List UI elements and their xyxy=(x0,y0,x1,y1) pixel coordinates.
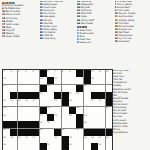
cell-number: 9 xyxy=(69,70,70,72)
cell-number: 38 xyxy=(55,114,58,116)
black-cell xyxy=(76,70,83,77)
clue: 48 Long story xyxy=(40,38,75,41)
white-cell[interactable] xyxy=(98,77,105,84)
white-cell[interactable]: 15 xyxy=(54,77,61,84)
black-cell xyxy=(84,129,91,136)
black-cell xyxy=(47,77,54,84)
cell-number: 51 xyxy=(25,136,28,138)
white-cell[interactable]: 52 xyxy=(32,136,39,143)
cell-number: 60 xyxy=(47,143,50,145)
cell-number: 15 xyxy=(55,77,58,79)
white-cell[interactable] xyxy=(106,114,113,121)
cell-number: 17 xyxy=(3,84,6,86)
clue-text: Fuel additive xyxy=(113,131,128,134)
white-cell[interactable]: 34 xyxy=(76,107,83,114)
white-cell[interactable] xyxy=(62,114,69,121)
white-cell[interactable]: 55 xyxy=(84,136,91,143)
black-cell xyxy=(40,143,47,150)
white-cell[interactable]: 1 xyxy=(3,70,10,77)
white-cell[interactable]: 23 xyxy=(3,99,10,106)
white-cell[interactable]: 31 xyxy=(98,99,105,106)
white-cell[interactable] xyxy=(18,77,25,84)
cell-number: 45 xyxy=(40,128,43,130)
white-cell[interactable]: 11 xyxy=(98,70,105,77)
white-cell[interactable]: 43 xyxy=(84,121,91,128)
white-cell[interactable] xyxy=(91,85,98,92)
white-cell[interactable] xyxy=(62,85,69,92)
cell-number: 53 xyxy=(55,136,58,138)
white-cell[interactable] xyxy=(25,107,32,114)
white-cell[interactable]: 24 xyxy=(10,99,17,106)
black-cell xyxy=(69,107,76,114)
white-cell[interactable] xyxy=(76,136,83,143)
white-cell[interactable]: 8 xyxy=(62,70,69,77)
white-cell[interactable]: 62 xyxy=(98,143,105,150)
black-cell xyxy=(62,143,69,150)
cell-number: 23 xyxy=(3,99,6,101)
white-cell[interactable] xyxy=(40,99,47,106)
cell-number: 5 xyxy=(33,70,34,72)
white-cell[interactable] xyxy=(25,77,32,84)
white-cell[interactable]: 41 xyxy=(40,121,47,128)
white-cell[interactable] xyxy=(32,143,39,150)
clue-column-3: 54 Came up59 Stage part60 Big fuss61 Gol… xyxy=(77,1,112,67)
white-cell[interactable] xyxy=(98,107,105,114)
white-cell[interactable]: 19 xyxy=(84,85,91,92)
cell-number: 54 xyxy=(69,136,72,138)
cell-number: 19 xyxy=(84,84,87,86)
cell-number: 62 xyxy=(99,143,102,145)
white-cell[interactable]: 26 xyxy=(25,99,32,106)
black-cell xyxy=(76,114,83,121)
black-cell xyxy=(76,121,83,128)
white-cell[interactable]: 51 xyxy=(25,136,32,143)
white-cell[interactable] xyxy=(91,121,98,128)
white-cell[interactable]: 46 xyxy=(62,129,69,136)
cell-number: 55 xyxy=(84,136,87,138)
crossword-puzzle-page: { "game": { "type": "crossword", "note":… xyxy=(0,0,150,150)
white-cell[interactable]: 38 xyxy=(54,114,61,121)
white-cell[interactable]: 6 xyxy=(47,70,54,77)
white-cell[interactable]: 58 xyxy=(106,136,113,143)
black-cell xyxy=(62,136,69,143)
cell-number: 37 xyxy=(40,114,43,116)
white-cell[interactable] xyxy=(10,114,17,121)
clue-area-top: ACROSS1 Director Howard6 Taj Mahal site1… xyxy=(2,1,149,67)
clue: 66 Deli bread xyxy=(77,23,112,26)
black-cell xyxy=(91,92,98,99)
cell-number: 20 xyxy=(40,92,43,94)
white-cell[interactable]: 9 xyxy=(69,70,76,77)
white-cell[interactable]: 16 xyxy=(91,77,98,84)
black-cell xyxy=(84,70,91,77)
white-cell[interactable] xyxy=(32,114,39,121)
cell-number: 32 xyxy=(3,106,6,108)
white-cell[interactable] xyxy=(69,129,76,136)
clue: 65 Fuel additive xyxy=(109,132,149,135)
black-cell xyxy=(40,85,47,92)
white-cell[interactable] xyxy=(76,143,83,150)
clue-column-2: 23 Kitchen cover-up29 Salad green32 Loud… xyxy=(40,1,75,67)
black-cell xyxy=(10,121,17,128)
white-cell[interactable]: 22 xyxy=(76,92,83,99)
white-cell[interactable]: 18 xyxy=(47,85,54,92)
black-cell xyxy=(18,121,25,128)
white-cell[interactable] xyxy=(84,107,91,114)
cell-number: 47 xyxy=(77,128,80,130)
black-cell xyxy=(106,92,113,99)
white-cell[interactable] xyxy=(98,114,105,121)
white-cell[interactable] xyxy=(18,143,25,150)
cell-number: 35 xyxy=(106,106,109,108)
white-cell[interactable] xyxy=(10,77,17,84)
white-cell[interactable] xyxy=(47,136,54,143)
white-cell[interactable] xyxy=(54,85,61,92)
cell-number: 26 xyxy=(25,99,28,101)
cell-number: 2 xyxy=(11,70,12,72)
white-cell[interactable] xyxy=(10,85,17,92)
cell-number: 40 xyxy=(84,114,87,116)
white-cell[interactable]: 50 xyxy=(18,136,25,143)
white-cell[interactable] xyxy=(84,92,91,99)
white-cell[interactable] xyxy=(84,143,91,150)
white-cell[interactable]: 30 xyxy=(91,99,98,106)
cell-number: 61 xyxy=(69,143,72,145)
cell-number: 39 xyxy=(69,114,72,116)
cell-number: 29 xyxy=(69,99,72,101)
white-cell[interactable]: 37 xyxy=(40,114,47,121)
black-cell xyxy=(18,129,25,136)
black-cell xyxy=(40,107,47,114)
black-cell xyxy=(106,129,113,136)
white-cell[interactable] xyxy=(69,85,76,92)
white-cell[interactable] xyxy=(3,92,10,99)
clue-text: Leave out xyxy=(79,41,90,44)
white-cell[interactable] xyxy=(62,107,69,114)
black-cell xyxy=(3,121,10,128)
white-cell[interactable]: 5 xyxy=(32,70,39,77)
clue-column-right: 26 Bullring cheer27 Born as28 Lawn tool3… xyxy=(109,70,149,149)
white-cell[interactable]: 20 xyxy=(40,92,47,99)
cell-number: 52 xyxy=(33,136,36,138)
cell-number: 8 xyxy=(62,70,63,72)
cell-number: 57 xyxy=(99,136,102,138)
white-cell[interactable]: 2 xyxy=(10,70,17,77)
black-cell xyxy=(91,143,98,150)
white-cell[interactable] xyxy=(54,121,61,128)
black-cell xyxy=(25,129,32,136)
black-cell xyxy=(32,129,39,136)
white-cell[interactable]: 45 xyxy=(40,129,47,136)
black-cell xyxy=(62,92,69,99)
cell-number: 44 xyxy=(3,128,6,130)
white-cell[interactable] xyxy=(47,99,54,106)
white-cell[interactable]: 49 xyxy=(10,136,17,143)
clue: 21 Hosp. areas xyxy=(2,36,37,39)
crossword-grid: 1234567891011121314151617181920212223242… xyxy=(2,69,113,150)
cell-number: 28 xyxy=(55,99,58,101)
black-cell xyxy=(98,92,105,99)
cell-number: 24 xyxy=(11,99,14,101)
white-cell[interactable]: 29 xyxy=(69,99,76,106)
black-cell xyxy=(32,121,39,128)
white-cell[interactable] xyxy=(106,143,113,150)
white-cell[interactable]: 47 xyxy=(76,129,83,136)
cell-number: 3 xyxy=(18,70,19,72)
cell-number: 59 xyxy=(3,143,6,145)
black-cell xyxy=(62,99,69,106)
white-cell[interactable]: 25 xyxy=(18,99,25,106)
white-cell[interactable]: 35 xyxy=(106,107,113,114)
cell-number: 31 xyxy=(99,99,102,101)
white-cell[interactable]: 27 xyxy=(32,99,39,106)
cell-number: 50 xyxy=(18,136,21,138)
white-cell[interactable] xyxy=(76,99,83,106)
cell-number: 56 xyxy=(91,136,94,138)
clue-column-4: 6 In a lazy way7 Trot or gallop8 Horse f… xyxy=(115,1,150,67)
white-cell[interactable] xyxy=(32,85,39,92)
cell-number: 10 xyxy=(91,70,94,72)
white-cell[interactable]: 17 xyxy=(3,85,10,92)
cell-number: 43 xyxy=(84,121,87,123)
black-cell xyxy=(84,77,91,84)
white-cell[interactable] xyxy=(91,114,98,121)
white-cell[interactable] xyxy=(62,77,69,84)
cell-number: 7 xyxy=(55,70,56,72)
white-cell[interactable]: 60 xyxy=(47,143,54,150)
clue: 5 Leave out xyxy=(77,42,112,45)
black-cell xyxy=(32,92,39,99)
white-cell[interactable] xyxy=(25,114,32,121)
cell-number: 22 xyxy=(77,92,80,94)
white-cell[interactable]: 32 xyxy=(3,107,10,114)
cell-number: 49 xyxy=(11,136,14,138)
white-cell[interactable]: 7 xyxy=(54,70,61,77)
white-cell[interactable] xyxy=(32,77,39,84)
cell-number: 41 xyxy=(40,121,43,123)
white-cell[interactable] xyxy=(47,92,54,99)
white-cell[interactable]: 57 xyxy=(98,136,105,143)
white-cell[interactable]: 48 xyxy=(3,136,10,143)
cell-number: 6 xyxy=(47,70,48,72)
cell-number: 27 xyxy=(33,99,36,101)
white-cell[interactable] xyxy=(10,107,17,114)
white-cell[interactable] xyxy=(98,85,105,92)
clue-text: Long story xyxy=(44,37,56,40)
white-cell[interactable] xyxy=(91,107,98,114)
cell-number: 1 xyxy=(3,70,4,72)
cell-number: 12 xyxy=(106,70,109,72)
cell-number: 4 xyxy=(25,70,26,72)
white-cell[interactable] xyxy=(18,114,25,121)
white-cell[interactable]: 53 xyxy=(54,136,61,143)
white-cell[interactable] xyxy=(76,77,83,84)
cell-number: 58 xyxy=(106,136,109,138)
white-cell[interactable]: 10 xyxy=(91,70,98,77)
cell-number: 16 xyxy=(91,77,94,79)
clue: 25 Sunbeam xyxy=(115,41,150,44)
white-cell[interactable]: 3 xyxy=(18,70,25,77)
white-cell[interactable]: 36 xyxy=(3,114,10,121)
black-cell xyxy=(25,121,32,128)
white-cell[interactable]: 14 xyxy=(40,77,47,84)
cell-number: 30 xyxy=(91,99,94,101)
cell-number: 25 xyxy=(18,99,21,101)
white-cell[interactable] xyxy=(106,85,113,92)
clue-text: Hosp. areas xyxy=(6,35,20,38)
white-cell[interactable]: 13 xyxy=(3,77,10,84)
cell-number: 34 xyxy=(77,106,80,108)
black-cell xyxy=(54,92,61,99)
cell-number: 21 xyxy=(69,92,72,94)
black-cell xyxy=(10,129,17,136)
clue-text: Sunbeam xyxy=(119,40,130,43)
black-cell xyxy=(54,129,61,136)
clue-column-1: ACROSS1 Director Howard6 Taj Mahal site1… xyxy=(2,1,37,67)
white-cell[interactable] xyxy=(25,143,32,150)
white-cell[interactable]: 28 xyxy=(54,99,61,106)
black-cell xyxy=(25,92,32,99)
white-cell[interactable]: 33 xyxy=(47,107,54,114)
white-cell[interactable] xyxy=(69,121,76,128)
white-cell[interactable]: 12 xyxy=(106,70,113,77)
white-cell[interactable]: 4 xyxy=(25,70,32,77)
white-cell[interactable] xyxy=(18,107,25,114)
black-cell xyxy=(106,99,113,106)
white-cell[interactable] xyxy=(84,99,91,106)
white-cell[interactable] xyxy=(47,129,54,136)
black-cell xyxy=(40,70,47,77)
black-cell xyxy=(91,129,98,136)
white-cell[interactable] xyxy=(106,77,113,84)
white-cell[interactable]: 40 xyxy=(84,114,91,121)
white-cell[interactable]: 54 xyxy=(69,136,76,143)
white-cell[interactable]: 44 xyxy=(3,129,10,136)
white-cell[interactable] xyxy=(69,77,76,84)
white-cell[interactable] xyxy=(40,136,47,143)
white-cell[interactable]: 39 xyxy=(69,114,76,121)
cell-number: 11 xyxy=(99,70,102,72)
white-cell[interactable] xyxy=(10,143,17,150)
black-cell xyxy=(18,92,25,99)
cell-number: 36 xyxy=(3,114,6,116)
white-cell[interactable] xyxy=(18,85,25,92)
white-cell[interactable] xyxy=(62,121,69,128)
white-cell[interactable] xyxy=(54,107,61,114)
cell-number: 46 xyxy=(62,128,65,130)
white-cell[interactable] xyxy=(54,143,61,150)
white-cell[interactable] xyxy=(32,107,39,114)
white-cell[interactable] xyxy=(98,121,105,128)
cell-number: 48 xyxy=(3,136,6,138)
cell-number: 18 xyxy=(47,84,50,86)
black-cell xyxy=(10,92,17,99)
white-cell[interactable]: 21 xyxy=(69,92,76,99)
cell-number: 14 xyxy=(40,77,43,79)
white-cell[interactable]: 56 xyxy=(91,136,98,143)
clue-text: Deli bread xyxy=(81,22,93,25)
white-cell[interactable]: 42 xyxy=(47,121,54,128)
cell-number: 13 xyxy=(3,77,6,79)
black-cell xyxy=(98,129,105,136)
white-cell[interactable] xyxy=(25,85,32,92)
white-cell[interactable]: 59 xyxy=(3,143,10,150)
cell-number: 42 xyxy=(47,121,50,123)
white-cell[interactable]: 61 xyxy=(69,143,76,150)
black-cell xyxy=(47,114,54,121)
black-cell xyxy=(76,85,83,92)
cell-number: 33 xyxy=(47,106,50,108)
white-cell[interactable] xyxy=(106,121,113,128)
